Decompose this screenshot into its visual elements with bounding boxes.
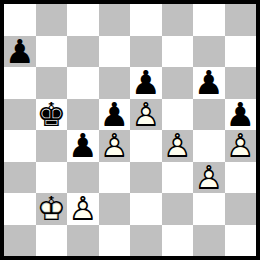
- black-pawn: ♟: [4, 36, 36, 68]
- square-b7[interactable]: [36, 36, 68, 68]
- black-pawn-glyph: ♟: [225, 99, 257, 131]
- square-g8[interactable]: [193, 4, 225, 36]
- square-d4[interactable]: ♟♙: [99, 130, 131, 162]
- square-b3[interactable]: [36, 162, 68, 194]
- square-h2[interactable]: [225, 193, 257, 225]
- black-pawn: ♟: [99, 99, 131, 131]
- square-h3[interactable]: [225, 162, 257, 194]
- square-f5[interactable]: [162, 99, 194, 131]
- square-a3[interactable]: [4, 162, 36, 194]
- square-g2[interactable]: [193, 193, 225, 225]
- square-b1[interactable]: [36, 225, 68, 257]
- square-f2[interactable]: [162, 193, 194, 225]
- square-c3[interactable]: [67, 162, 99, 194]
- black-pawn-glyph: ♟: [67, 130, 99, 162]
- square-f1[interactable]: [162, 225, 194, 257]
- square-c2[interactable]: ♟♙: [67, 193, 99, 225]
- square-a4[interactable]: [4, 130, 36, 162]
- black-pawn: ♟: [130, 67, 162, 99]
- black-pawn-glyph: ♟: [193, 67, 225, 99]
- white-pawn: ♟♙: [99, 130, 131, 162]
- square-a7[interactable]: ♟: [4, 36, 36, 68]
- white-pawn-outline-glyph: ♙: [130, 99, 162, 131]
- square-a2[interactable]: [4, 193, 36, 225]
- square-e5[interactable]: ♟♙: [130, 99, 162, 131]
- square-a6[interactable]: [4, 67, 36, 99]
- square-g4[interactable]: [193, 130, 225, 162]
- square-b6[interactable]: [36, 67, 68, 99]
- square-c1[interactable]: [67, 225, 99, 257]
- black-pawn: ♟: [67, 130, 99, 162]
- square-f8[interactable]: [162, 4, 194, 36]
- square-f4[interactable]: ♟♙: [162, 130, 194, 162]
- square-c5[interactable]: [67, 99, 99, 131]
- square-e6[interactable]: ♟: [130, 67, 162, 99]
- black-king: ♚: [36, 99, 68, 131]
- square-d1[interactable]: [99, 225, 131, 257]
- square-c4[interactable]: ♟: [67, 130, 99, 162]
- square-b2[interactable]: ♚♔: [36, 193, 68, 225]
- white-king: ♚♔: [36, 193, 68, 225]
- black-pawn-glyph: ♟: [99, 99, 131, 131]
- square-e2[interactable]: [130, 193, 162, 225]
- square-d6[interactable]: [99, 67, 131, 99]
- square-h4[interactable]: ♟♙: [225, 130, 257, 162]
- white-pawn-outline-glyph: ♙: [225, 130, 257, 162]
- square-e7[interactable]: [130, 36, 162, 68]
- square-c8[interactable]: [67, 4, 99, 36]
- black-pawn-glyph: ♟: [4, 36, 36, 68]
- square-d8[interactable]: [99, 4, 131, 36]
- square-d2[interactable]: [99, 193, 131, 225]
- black-pawn: ♟: [225, 99, 257, 131]
- square-g5[interactable]: [193, 99, 225, 131]
- square-d3[interactable]: [99, 162, 131, 194]
- square-h5[interactable]: ♟: [225, 99, 257, 131]
- square-a5[interactable]: [4, 99, 36, 131]
- white-pawn: ♟♙: [193, 162, 225, 194]
- square-c6[interactable]: [67, 67, 99, 99]
- black-pawn-glyph: ♟: [130, 67, 162, 99]
- square-a1[interactable]: [4, 225, 36, 257]
- square-f3[interactable]: [162, 162, 194, 194]
- square-g6[interactable]: ♟: [193, 67, 225, 99]
- square-e3[interactable]: [130, 162, 162, 194]
- square-g3[interactable]: ♟♙: [193, 162, 225, 194]
- square-e8[interactable]: [130, 4, 162, 36]
- square-a8[interactable]: [4, 4, 36, 36]
- square-b4[interactable]: [36, 130, 68, 162]
- square-g1[interactable]: [193, 225, 225, 257]
- chess-board: ♟♟♟♚♟♟♙♟♟♟♙♟♙♟♙♟♙♚♔♟♙: [0, 0, 260, 260]
- square-c7[interactable]: [67, 36, 99, 68]
- white-pawn-outline-glyph: ♙: [193, 162, 225, 194]
- square-h6[interactable]: [225, 67, 257, 99]
- white-pawn-outline-glyph: ♙: [162, 130, 194, 162]
- black-king-glyph: ♚: [36, 99, 68, 131]
- square-e1[interactable]: [130, 225, 162, 257]
- square-h7[interactable]: [225, 36, 257, 68]
- black-pawn: ♟: [193, 67, 225, 99]
- white-pawn-outline-glyph: ♙: [67, 193, 99, 225]
- square-d7[interactable]: [99, 36, 131, 68]
- square-f7[interactable]: [162, 36, 194, 68]
- square-e4[interactable]: [130, 130, 162, 162]
- square-h1[interactable]: [225, 225, 257, 257]
- square-g7[interactable]: [193, 36, 225, 68]
- white-pawn: ♟♙: [162, 130, 194, 162]
- square-d5[interactable]: ♟: [99, 99, 131, 131]
- square-f6[interactable]: [162, 67, 194, 99]
- square-h8[interactable]: [225, 4, 257, 36]
- white-king-outline-glyph: ♔: [36, 193, 68, 225]
- white-pawn: ♟♙: [130, 99, 162, 131]
- square-b8[interactable]: [36, 4, 68, 36]
- white-pawn-outline-glyph: ♙: [99, 130, 131, 162]
- square-b5[interactable]: ♚: [36, 99, 68, 131]
- white-pawn: ♟♙: [225, 130, 257, 162]
- white-pawn: ♟♙: [67, 193, 99, 225]
